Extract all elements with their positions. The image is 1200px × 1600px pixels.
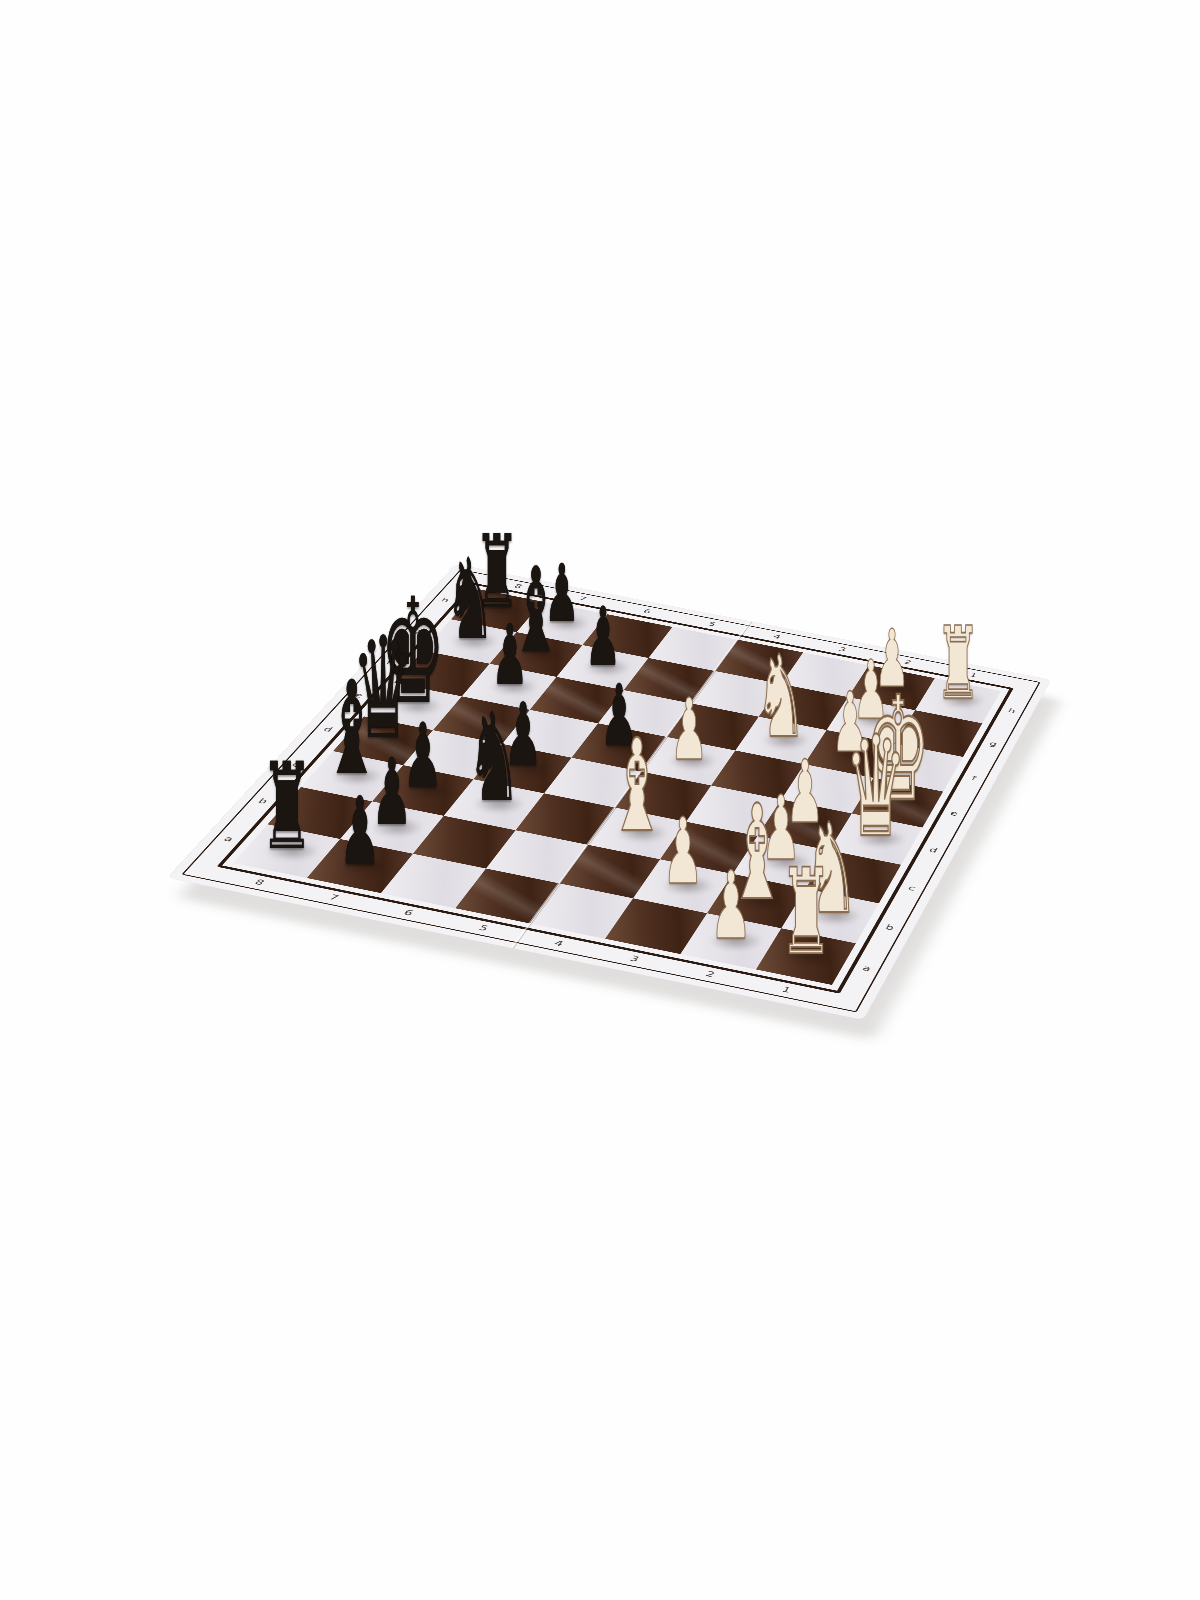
piece-white-pawn-b3: ♟ [663, 806, 704, 897]
piece-white-pawn-e4: ♟ [670, 687, 708, 772]
piece-black-pawn-a7: ♟ [339, 784, 381, 878]
rank-label-right-3: 3 [837, 646, 847, 652]
file-label-bottom-b: b [884, 924, 895, 932]
piece-white-rook-a1: ♜ [780, 853, 833, 972]
rank-label-left-1: 1 [780, 986, 792, 994]
piece-white-rook-h1: ♜ [936, 613, 981, 713]
rank-label-left-3: 3 [628, 955, 640, 963]
rank-label-left-6: 6 [402, 909, 415, 917]
rank-label-right-5: 5 [707, 621, 717, 627]
piece-white-knight-f3: ♞ [756, 641, 807, 754]
piece-black-knight-g8: ♞ [445, 544, 495, 656]
piece-white-pawn-a2: ♟ [710, 860, 752, 954]
rank-label-left-2: 2 [704, 970, 716, 978]
file-label-bottom-g: g [988, 741, 998, 748]
file-label-top-a: a [222, 835, 235, 843]
rank-label-left-7: 7 [327, 894, 340, 902]
photo-stage: aa88bb77cc66dd55ee44ff33gg22hh11 ♜♝♛♚♞♜♟… [0, 0, 1200, 1600]
piece-white-bishop-c4: ♝ [609, 722, 666, 850]
file-label-bottom-d: d [928, 847, 939, 854]
rank-label-left-5: 5 [477, 924, 490, 932]
file-label-bottom-a: a [861, 964, 872, 972]
file-label-bottom-e: e [949, 810, 959, 817]
piece-black-knight-c6: ♞ [467, 698, 522, 821]
rank-label-left-4: 4 [553, 939, 565, 947]
file-label-bottom-f: f [970, 775, 977, 781]
rank-label-right-6: 6 [642, 608, 652, 614]
file-label-bottom-h: h [1007, 708, 1017, 715]
file-label-bottom-c: c [907, 885, 917, 892]
piece-black-rook-a8: ♜ [260, 747, 314, 867]
rank-label-left-8: 8 [253, 878, 266, 886]
